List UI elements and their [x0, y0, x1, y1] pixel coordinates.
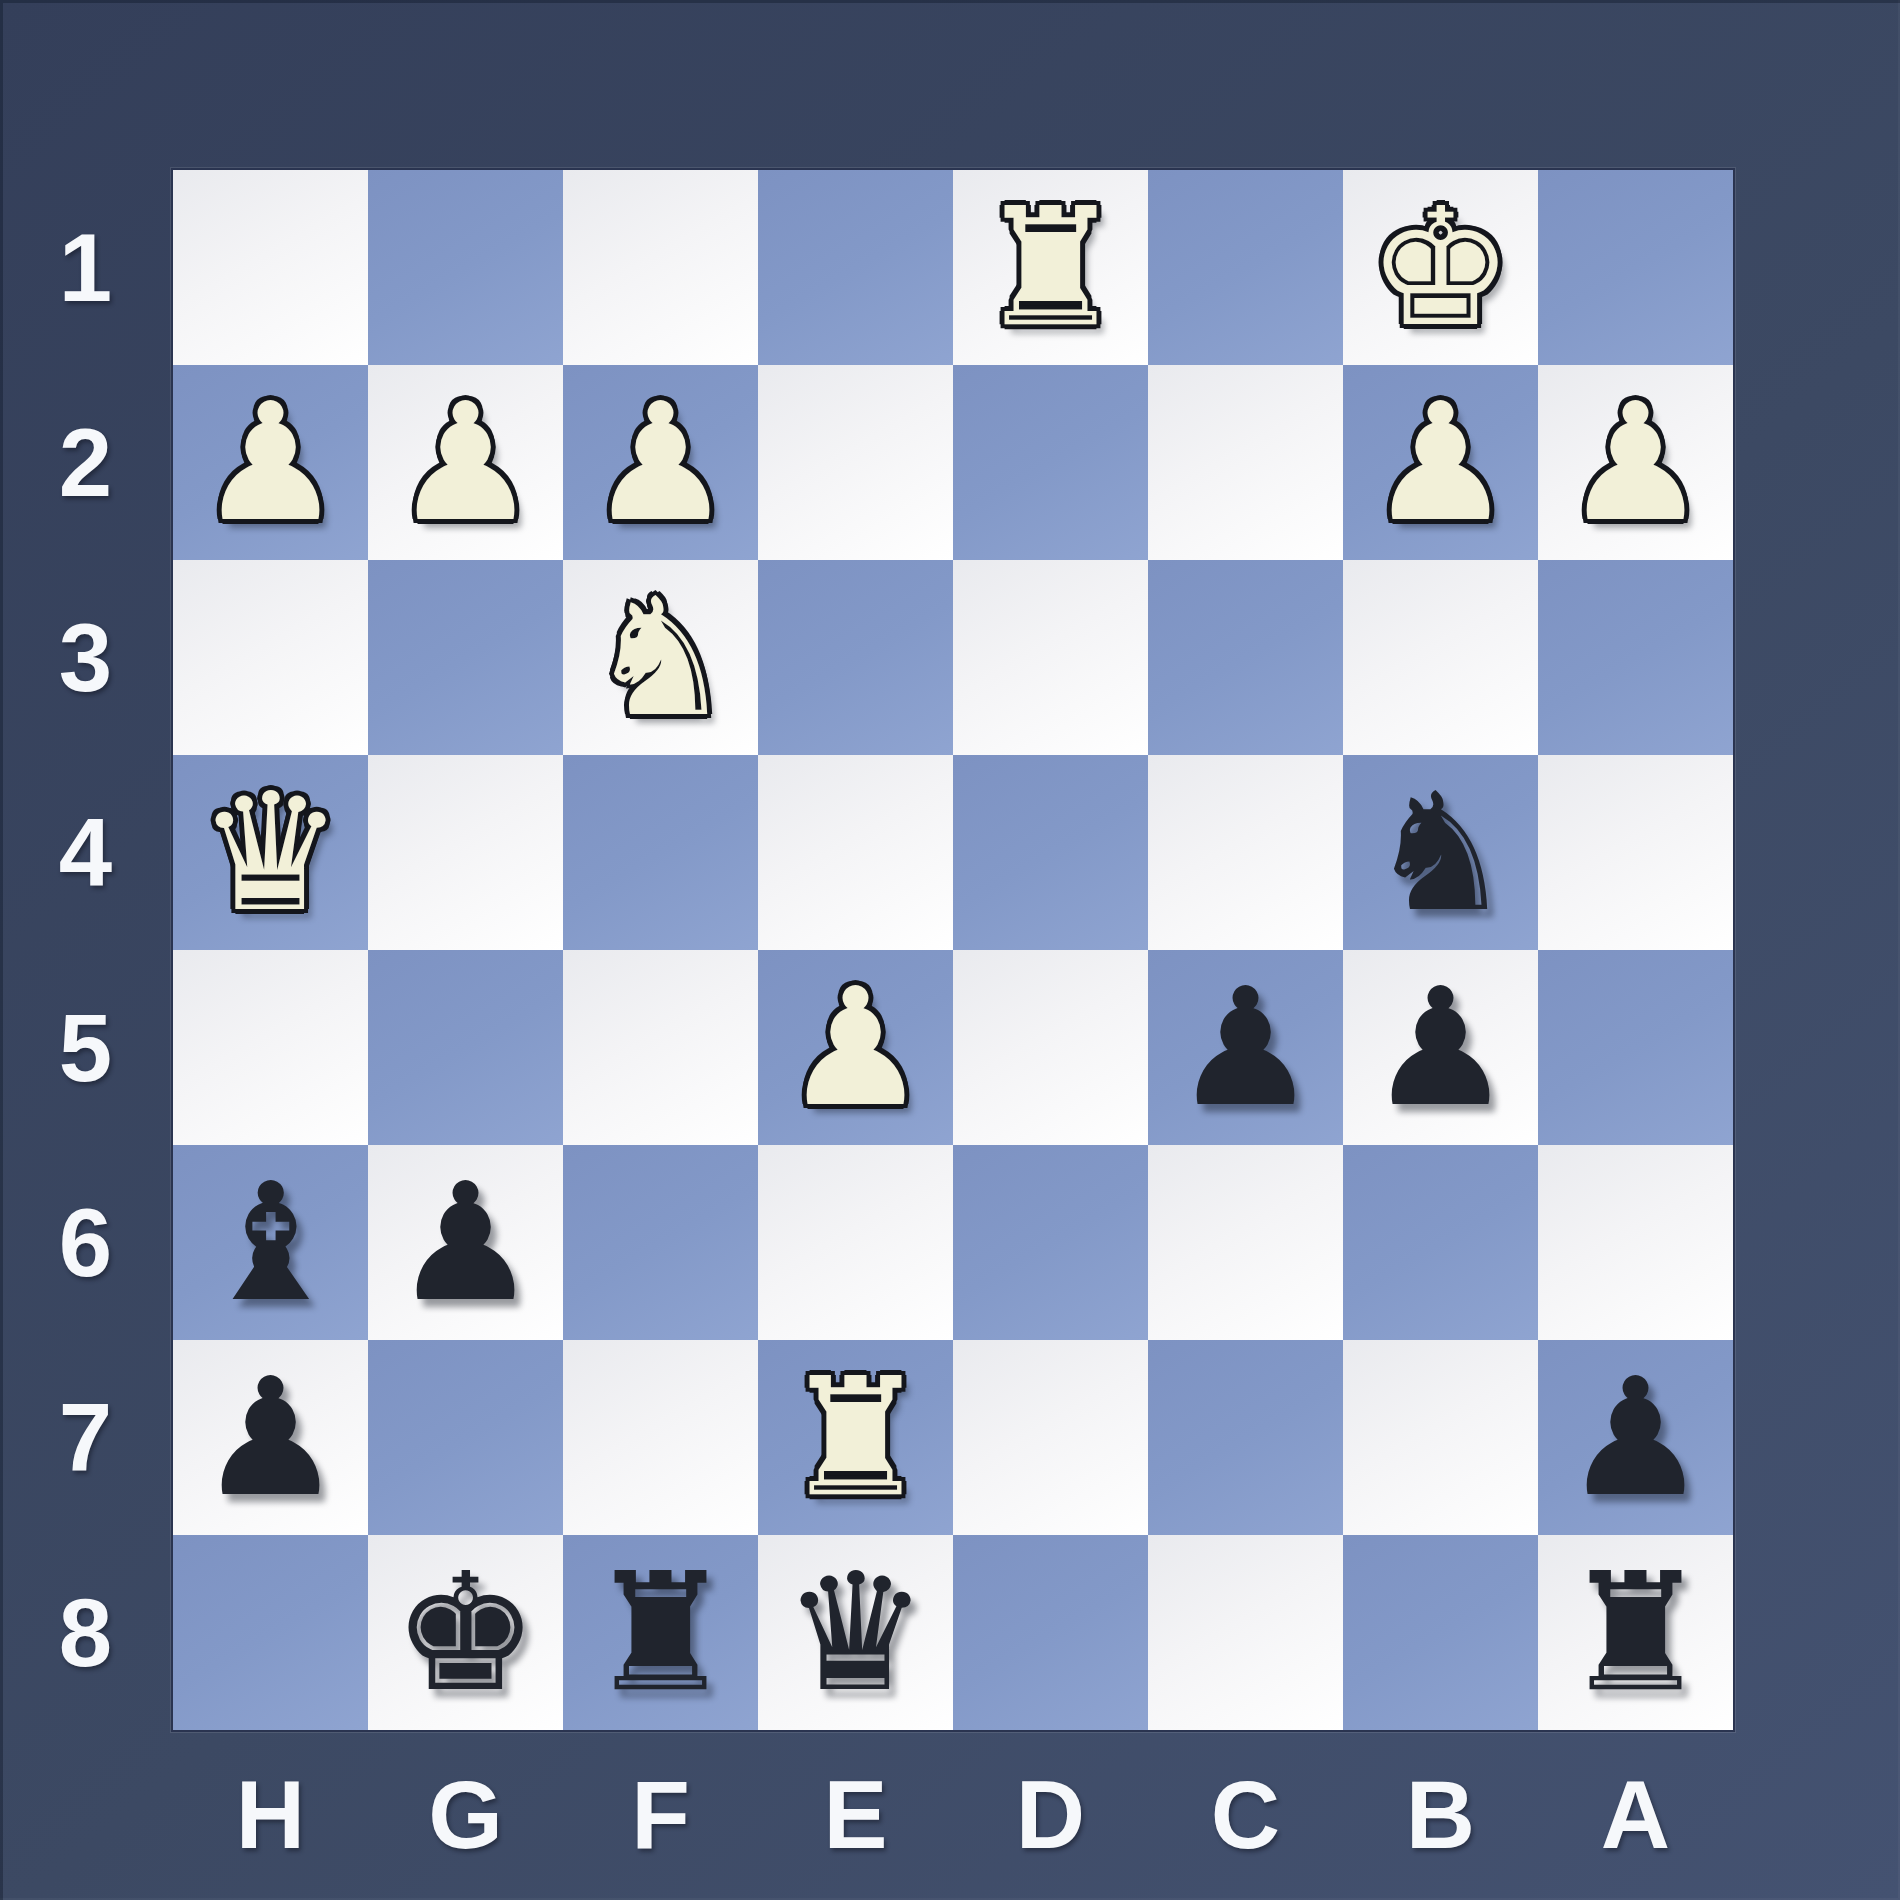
square-a3[interactable] — [1538, 560, 1733, 755]
square-b1[interactable]: ♚ — [1343, 170, 1538, 365]
black-pawn[interactable]: ♟ — [173, 1340, 368, 1535]
square-c4[interactable] — [1148, 755, 1343, 950]
rank-label-5: 5 — [0, 950, 171, 1145]
square-h8[interactable] — [173, 1535, 368, 1730]
black-knight[interactable]: ♞ — [1343, 755, 1538, 950]
white-pawn[interactable]: ♟ — [563, 365, 758, 560]
square-f8[interactable]: ♜ — [563, 1535, 758, 1730]
black-king[interactable]: ♚ — [368, 1535, 563, 1730]
square-e3[interactable] — [758, 560, 953, 755]
file-label-b: B — [1343, 1730, 1538, 1900]
rank-label-2: 2 — [0, 365, 171, 560]
square-b7[interactable] — [1343, 1340, 1538, 1535]
square-e5[interactable]: ♟ — [758, 950, 953, 1145]
square-f4[interactable] — [563, 755, 758, 950]
black-queen[interactable]: ♛ — [758, 1535, 953, 1730]
black-bishop[interactable]: ♝ — [173, 1145, 368, 1340]
square-g5[interactable] — [368, 950, 563, 1145]
rank-label-4: 4 — [0, 755, 171, 950]
square-g3[interactable] — [368, 560, 563, 755]
square-d7[interactable] — [953, 1340, 1148, 1535]
square-d6[interactable] — [953, 1145, 1148, 1340]
page-background: { "game": "chess", "orientation": { "per… — [0, 0, 1900, 1900]
file-label-e: E — [758, 1730, 953, 1900]
square-e8[interactable]: ♛ — [758, 1535, 953, 1730]
square-f2[interactable]: ♟ — [563, 365, 758, 560]
square-d8[interactable] — [953, 1535, 1148, 1730]
rank-label-6: 6 — [0, 1145, 171, 1340]
square-e6[interactable] — [758, 1145, 953, 1340]
square-e1[interactable] — [758, 170, 953, 365]
white-pawn[interactable]: ♟ — [368, 365, 563, 560]
white-pawn[interactable]: ♟ — [173, 365, 368, 560]
square-h4[interactable]: ♛ — [173, 755, 368, 950]
file-label-d: D — [953, 1730, 1148, 1900]
rank-labels-column: 12345678 — [0, 170, 171, 1730]
square-g6[interactable]: ♟ — [368, 1145, 563, 1340]
square-f1[interactable] — [563, 170, 758, 365]
square-f3[interactable]: ♞ — [563, 560, 758, 755]
white-king[interactable]: ♚ — [1343, 170, 1538, 365]
black-pawn[interactable]: ♟ — [1343, 950, 1538, 1145]
square-f6[interactable] — [563, 1145, 758, 1340]
square-d2[interactable] — [953, 365, 1148, 560]
rank-label-8: 8 — [0, 1535, 171, 1730]
square-g1[interactable] — [368, 170, 563, 365]
file-label-c: C — [1148, 1730, 1343, 1900]
square-e4[interactable] — [758, 755, 953, 950]
square-b2[interactable]: ♟ — [1343, 365, 1538, 560]
white-knight[interactable]: ♞ — [563, 560, 758, 755]
file-label-h: H — [173, 1730, 368, 1900]
file-label-a: A — [1538, 1730, 1733, 1900]
square-a8[interactable]: ♜ — [1538, 1535, 1733, 1730]
square-a4[interactable] — [1538, 755, 1733, 950]
rank-label-3: 3 — [0, 560, 171, 755]
square-a5[interactable] — [1538, 950, 1733, 1145]
white-pawn[interactable]: ♟ — [1538, 365, 1733, 560]
square-a6[interactable] — [1538, 1145, 1733, 1340]
black-pawn[interactable]: ♟ — [1538, 1340, 1733, 1535]
file-label-g: G — [368, 1730, 563, 1900]
white-rook[interactable]: ♜ — [758, 1340, 953, 1535]
file-labels-row: HGFEDCBA — [173, 1730, 1733, 1900]
square-h7[interactable]: ♟ — [173, 1340, 368, 1535]
square-h2[interactable]: ♟ — [173, 365, 368, 560]
square-h6[interactable]: ♝ — [173, 1145, 368, 1340]
square-a2[interactable]: ♟ — [1538, 365, 1733, 560]
square-d1[interactable]: ♜ — [953, 170, 1148, 365]
square-g4[interactable] — [368, 755, 563, 950]
square-e2[interactable] — [758, 365, 953, 560]
square-g8[interactable]: ♚ — [368, 1535, 563, 1730]
square-a7[interactable]: ♟ — [1538, 1340, 1733, 1535]
white-pawn[interactable]: ♟ — [758, 950, 953, 1145]
chess-board: ♜♚♟♟♟♟♟♞♛♞♟♟♟♝♟♟♜♟♚♜♛♜ — [171, 168, 1735, 1732]
square-h1[interactable] — [173, 170, 368, 365]
square-c7[interactable] — [1148, 1340, 1343, 1535]
square-c1[interactable] — [1148, 170, 1343, 365]
square-d3[interactable] — [953, 560, 1148, 755]
rank-label-1: 1 — [0, 170, 171, 365]
file-label-f: F — [563, 1730, 758, 1900]
square-c5[interactable]: ♟ — [1148, 950, 1343, 1145]
square-d4[interactable] — [953, 755, 1148, 950]
square-c2[interactable] — [1148, 365, 1343, 560]
white-rook[interactable]: ♜ — [953, 170, 1148, 365]
square-b4[interactable]: ♞ — [1343, 755, 1538, 950]
black-rook[interactable]: ♜ — [1538, 1535, 1733, 1730]
square-e7[interactable]: ♜ — [758, 1340, 953, 1535]
square-b5[interactable]: ♟ — [1343, 950, 1538, 1145]
square-f7[interactable] — [563, 1340, 758, 1535]
square-h3[interactable] — [173, 560, 368, 755]
square-h5[interactable] — [173, 950, 368, 1145]
square-b8[interactable] — [1343, 1535, 1538, 1730]
square-g2[interactable]: ♟ — [368, 365, 563, 560]
black-rook[interactable]: ♜ — [563, 1535, 758, 1730]
black-pawn[interactable]: ♟ — [1148, 950, 1343, 1145]
square-f5[interactable] — [563, 950, 758, 1145]
square-c8[interactable] — [1148, 1535, 1343, 1730]
square-d5[interactable] — [953, 950, 1148, 1145]
square-a1[interactable] — [1538, 170, 1733, 365]
square-g7[interactable] — [368, 1340, 563, 1535]
black-pawn[interactable]: ♟ — [368, 1145, 563, 1340]
white-queen[interactable]: ♛ — [173, 755, 368, 950]
white-pawn[interactable]: ♟ — [1343, 365, 1538, 560]
square-b3[interactable] — [1343, 560, 1538, 755]
square-c6[interactable] — [1148, 1145, 1343, 1340]
square-b6[interactable] — [1343, 1145, 1538, 1340]
rank-label-7: 7 — [0, 1340, 171, 1535]
square-c3[interactable] — [1148, 560, 1343, 755]
